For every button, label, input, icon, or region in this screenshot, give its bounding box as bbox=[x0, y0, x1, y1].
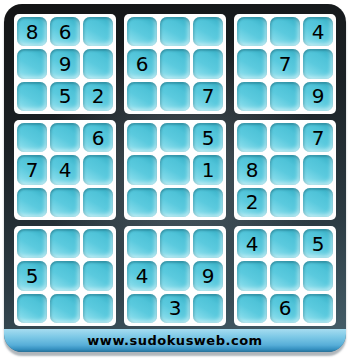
cell-r8c1[interactable]: 5 bbox=[17, 261, 47, 290]
cell-r7c6[interactable] bbox=[193, 229, 223, 258]
cell-r1c7[interactable] bbox=[237, 17, 267, 46]
cell-r8c3[interactable] bbox=[83, 261, 113, 290]
cell-r3c6[interactable]: 7 bbox=[193, 82, 223, 111]
cell-r3c4[interactable] bbox=[127, 82, 157, 111]
cell-r1c8[interactable] bbox=[270, 17, 300, 46]
cell-r3c9[interactable]: 9 bbox=[303, 82, 333, 111]
cell-r3c1[interactable] bbox=[17, 82, 47, 111]
cell-r8c6[interactable]: 9 bbox=[193, 261, 223, 290]
cell-r9c6[interactable] bbox=[193, 294, 223, 323]
cell-r8c5[interactable] bbox=[160, 261, 190, 290]
box-r0c0: 86952 bbox=[14, 14, 116, 114]
box-r2c2: 456 bbox=[234, 226, 336, 326]
sudoku-page: 8695267479674517825493456 www.sudokusweb… bbox=[0, 0, 350, 360]
cell-r1c1[interactable]: 8 bbox=[17, 17, 47, 46]
cell-r6c7[interactable]: 2 bbox=[237, 188, 267, 217]
cell-r2c2[interactable]: 9 bbox=[50, 49, 80, 78]
cell-r5c8[interactable] bbox=[270, 155, 300, 184]
cell-r5c2[interactable]: 4 bbox=[50, 155, 80, 184]
cell-r8c8[interactable] bbox=[270, 261, 300, 290]
cell-r9c4[interactable] bbox=[127, 294, 157, 323]
cell-r6c8[interactable] bbox=[270, 188, 300, 217]
cell-r6c5[interactable] bbox=[160, 188, 190, 217]
cell-r6c4[interactable] bbox=[127, 188, 157, 217]
cell-r4c8[interactable] bbox=[270, 123, 300, 152]
cell-r7c1[interactable] bbox=[17, 229, 47, 258]
cell-r4c2[interactable] bbox=[50, 123, 80, 152]
cell-r2c8[interactable]: 7 bbox=[270, 49, 300, 78]
cell-r2c3[interactable] bbox=[83, 49, 113, 78]
cell-r4c6[interactable]: 5 bbox=[193, 123, 223, 152]
cell-r6c3[interactable] bbox=[83, 188, 113, 217]
cell-r1c2[interactable]: 6 bbox=[50, 17, 80, 46]
cell-r5c3[interactable] bbox=[83, 155, 113, 184]
cell-r8c7[interactable] bbox=[237, 261, 267, 290]
cell-r7c3[interactable] bbox=[83, 229, 113, 258]
cell-r5c4[interactable] bbox=[127, 155, 157, 184]
box-r0c1: 67 bbox=[124, 14, 226, 114]
cell-r5c6[interactable]: 1 bbox=[193, 155, 223, 184]
cell-r1c6[interactable] bbox=[193, 17, 223, 46]
cell-r7c9[interactable]: 5 bbox=[303, 229, 333, 258]
cell-r5c1[interactable]: 7 bbox=[17, 155, 47, 184]
box-r1c2: 782 bbox=[234, 120, 336, 220]
cell-r7c7[interactable]: 4 bbox=[237, 229, 267, 258]
cell-r2c1[interactable] bbox=[17, 49, 47, 78]
cell-r7c8[interactable] bbox=[270, 229, 300, 258]
cell-r9c8[interactable]: 6 bbox=[270, 294, 300, 323]
cell-r4c1[interactable] bbox=[17, 123, 47, 152]
box-r1c0: 674 bbox=[14, 120, 116, 220]
cell-r4c7[interactable] bbox=[237, 123, 267, 152]
cell-r1c9[interactable]: 4 bbox=[303, 17, 333, 46]
cell-r7c4[interactable] bbox=[127, 229, 157, 258]
box-r2c0: 5 bbox=[14, 226, 116, 326]
cell-r1c3[interactable] bbox=[83, 17, 113, 46]
box-r1c1: 51 bbox=[124, 120, 226, 220]
cell-r6c1[interactable] bbox=[17, 188, 47, 217]
cell-r2c9[interactable] bbox=[303, 49, 333, 78]
cell-r6c6[interactable] bbox=[193, 188, 223, 217]
cell-r1c5[interactable] bbox=[160, 17, 190, 46]
cell-r3c2[interactable]: 5 bbox=[50, 82, 80, 111]
cell-r8c2[interactable] bbox=[50, 261, 80, 290]
cell-r8c4[interactable]: 4 bbox=[127, 261, 157, 290]
cell-r5c5[interactable] bbox=[160, 155, 190, 184]
cell-r9c3[interactable] bbox=[83, 294, 113, 323]
cell-r5c7[interactable]: 8 bbox=[237, 155, 267, 184]
cell-r1c4[interactable] bbox=[127, 17, 157, 46]
cell-r5c9[interactable] bbox=[303, 155, 333, 184]
cell-r9c9[interactable] bbox=[303, 294, 333, 323]
box-r0c2: 479 bbox=[234, 14, 336, 114]
cell-r2c5[interactable] bbox=[160, 49, 190, 78]
cell-r4c3[interactable]: 6 bbox=[83, 123, 113, 152]
cell-r6c2[interactable] bbox=[50, 188, 80, 217]
sudoku-grid: 8695267479674517825493456 bbox=[14, 14, 336, 326]
cell-r8c9[interactable] bbox=[303, 261, 333, 290]
cell-r2c4[interactable]: 6 bbox=[127, 49, 157, 78]
cell-r4c5[interactable] bbox=[160, 123, 190, 152]
cell-r6c9[interactable] bbox=[303, 188, 333, 217]
cell-r3c7[interactable] bbox=[237, 82, 267, 111]
cell-r9c7[interactable] bbox=[237, 294, 267, 323]
cell-r3c3[interactable]: 2 bbox=[83, 82, 113, 111]
website-url: www.sudokusweb.com bbox=[87, 333, 262, 348]
cell-r4c4[interactable] bbox=[127, 123, 157, 152]
cell-r3c8[interactable] bbox=[270, 82, 300, 111]
cell-r9c5[interactable]: 3 bbox=[160, 294, 190, 323]
cell-r2c6[interactable] bbox=[193, 49, 223, 78]
cell-r3c5[interactable] bbox=[160, 82, 190, 111]
cell-r9c2[interactable] bbox=[50, 294, 80, 323]
footer-bar: www.sudokusweb.com bbox=[4, 329, 346, 352]
sudoku-board: 8695267479674517825493456 www.sudokusweb… bbox=[4, 4, 346, 352]
cell-r2c7[interactable] bbox=[237, 49, 267, 78]
cell-r9c1[interactable] bbox=[17, 294, 47, 323]
cell-r4c9[interactable]: 7 bbox=[303, 123, 333, 152]
box-r2c1: 493 bbox=[124, 226, 226, 326]
cell-r7c2[interactable] bbox=[50, 229, 80, 258]
cell-r7c5[interactable] bbox=[160, 229, 190, 258]
